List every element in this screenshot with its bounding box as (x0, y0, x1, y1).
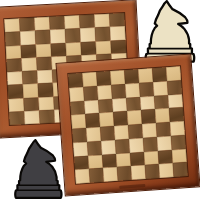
board-square (117, 166, 132, 181)
board-square (89, 168, 104, 183)
board-square (8, 98, 24, 112)
board-square (126, 97, 141, 112)
board-square (169, 107, 184, 122)
board-square (171, 135, 186, 150)
board-square (172, 149, 187, 164)
board-square (141, 109, 156, 124)
board-square (110, 70, 125, 85)
board-square (156, 122, 171, 137)
board-square (50, 29, 66, 43)
board-square (97, 85, 112, 100)
board-square (9, 111, 25, 125)
board-square (94, 14, 110, 28)
board-square (21, 57, 37, 71)
board-square (35, 30, 51, 44)
board-square (125, 83, 140, 98)
board-square (112, 98, 127, 113)
board-square (82, 72, 97, 87)
board-square (138, 68, 153, 83)
board-square (69, 87, 84, 102)
board-square (20, 31, 36, 45)
front-chess-board (55, 53, 200, 196)
board-square (5, 32, 21, 46)
black-knight-icon (8, 139, 66, 200)
board-square (49, 16, 65, 30)
board-square (131, 165, 146, 180)
board-square (38, 96, 54, 110)
board-square (115, 139, 130, 154)
board-square (168, 94, 183, 109)
board-square (139, 82, 154, 97)
board-square (80, 28, 96, 42)
maker-mark (119, 184, 145, 189)
board-square (140, 96, 155, 111)
board-square (130, 151, 145, 166)
board-square (142, 123, 157, 138)
board-square (83, 86, 98, 101)
board-square (4, 18, 20, 32)
board-square (68, 73, 83, 88)
board-square (79, 15, 95, 29)
board-square (6, 58, 22, 72)
board-square (167, 80, 182, 95)
front-board-frame (55, 53, 200, 196)
board-square (102, 153, 117, 168)
board-square (81, 41, 97, 55)
board-square (64, 15, 80, 29)
board-square (152, 67, 167, 82)
board-square (72, 128, 87, 143)
board-square (154, 95, 169, 110)
board-square (129, 138, 144, 153)
board-square (24, 110, 40, 124)
board-square (34, 17, 50, 31)
board-square (99, 112, 114, 127)
board-square (158, 150, 173, 165)
board-square (157, 136, 172, 151)
board-square (124, 69, 139, 84)
board-square (98, 99, 113, 114)
board-square (116, 152, 131, 167)
board-square (153, 81, 168, 96)
board-square (110, 26, 126, 40)
board-square (111, 39, 127, 53)
board-square (86, 127, 101, 142)
board-square (100, 126, 115, 141)
board-square (65, 29, 81, 43)
board-square (143, 137, 158, 152)
board-square (71, 114, 86, 129)
board-square (159, 163, 174, 178)
board-square (113, 111, 128, 126)
board-square (23, 97, 39, 111)
board-square (23, 84, 39, 98)
board-square (66, 42, 82, 56)
board-square (114, 125, 129, 140)
board-square (103, 167, 118, 182)
board-square (95, 27, 111, 41)
board-square (145, 164, 160, 179)
board-square (39, 109, 55, 123)
board-square (170, 121, 185, 136)
board-square (111, 84, 126, 99)
board-square (51, 43, 67, 57)
board-square (70, 100, 85, 115)
board-square (36, 57, 52, 71)
board-square (37, 70, 53, 84)
board-square (85, 113, 100, 128)
board-square (6, 45, 22, 59)
board-square (101, 140, 116, 155)
board-square (7, 71, 23, 85)
board-square (73, 142, 88, 157)
board-square (38, 83, 54, 97)
board-square (74, 155, 89, 170)
board-square (19, 18, 35, 32)
product-photo (0, 0, 200, 200)
board-square (127, 110, 142, 125)
board-square (87, 141, 102, 156)
board-square (173, 162, 188, 177)
board-square (21, 44, 37, 58)
board-square (155, 108, 170, 123)
board-square (166, 66, 181, 81)
board-square (22, 71, 38, 85)
board-square (8, 85, 24, 99)
board-square (96, 71, 111, 86)
board-square (84, 100, 99, 115)
board-square (144, 150, 159, 165)
board-square (36, 43, 52, 57)
board-square (88, 154, 103, 169)
board-square (128, 124, 143, 139)
front-board-grid (68, 66, 187, 184)
board-square (109, 13, 125, 27)
board-square (75, 169, 90, 184)
board-square (96, 40, 112, 54)
